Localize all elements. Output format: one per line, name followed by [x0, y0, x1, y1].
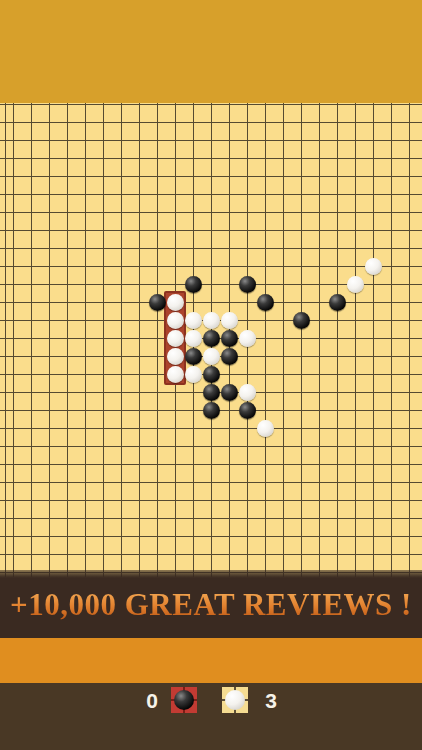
ad-band [0, 638, 422, 683]
white-stone [221, 312, 238, 329]
game-board[interactable] [0, 103, 422, 577]
white-stone [239, 384, 256, 401]
black-stone [257, 294, 274, 311]
top-banner [0, 0, 422, 103]
white-stone [257, 420, 274, 437]
black-stone [149, 294, 166, 311]
black-stone [203, 366, 220, 383]
reviews-banner[interactable]: +10,000 GREAT REVIEWS ! [0, 570, 422, 638]
white-stone [167, 366, 184, 383]
white-stone-badge [222, 687, 248, 713]
white-stone [167, 348, 184, 365]
white-stone [203, 348, 220, 365]
toolbar: 0 3 ⌘ [0, 683, 422, 750]
black-score: 0 [140, 688, 164, 713]
black-stone [185, 276, 202, 293]
white-stone-icon [225, 690, 245, 710]
black-stone [221, 348, 238, 365]
white-stone [167, 312, 184, 329]
white-stone [185, 330, 202, 347]
white-stone [239, 330, 256, 347]
black-stone [203, 384, 220, 401]
black-stone-icon [174, 690, 194, 710]
black-stone [329, 294, 346, 311]
white-stone [347, 276, 364, 293]
black-stone [293, 312, 310, 329]
white-stone [203, 312, 220, 329]
white-stone [167, 330, 184, 347]
black-stone [185, 348, 202, 365]
black-stone [239, 402, 256, 419]
white-stone [167, 294, 184, 311]
black-stone [221, 384, 238, 401]
white-stone [185, 312, 202, 329]
black-stone [239, 276, 256, 293]
black-stone [221, 330, 238, 347]
black-stone [203, 330, 220, 347]
white-score: 3 [259, 688, 283, 713]
white-stone [185, 366, 202, 383]
reviews-banner-text: +10,000 GREAT REVIEWS ! [10, 585, 412, 623]
white-stone [365, 258, 382, 275]
app-screen: +10,000 GREAT REVIEWS ! 0 3 ⌘ [0, 0, 422, 750]
black-stone-badge [171, 687, 197, 713]
black-stone [203, 402, 220, 419]
